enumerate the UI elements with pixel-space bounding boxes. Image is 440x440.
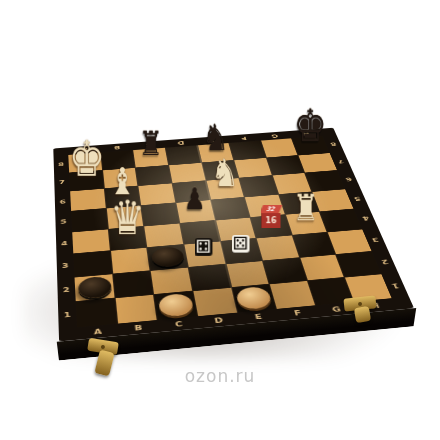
square-f2 xyxy=(263,258,306,284)
square-b2 xyxy=(113,271,153,298)
rank-label-4: 4 xyxy=(56,232,73,255)
rank-label-3: 3 xyxy=(56,254,74,279)
square-a1 xyxy=(76,299,117,328)
square-d1 xyxy=(193,288,236,316)
square-b3 xyxy=(111,248,150,273)
cube-top-face: 32 xyxy=(260,205,283,213)
square-g7 xyxy=(267,155,305,175)
square-d7 xyxy=(169,163,205,183)
square-c2 xyxy=(151,268,192,295)
black-pawn-d5: ♟ xyxy=(171,185,220,215)
latch-pin xyxy=(101,344,106,349)
white-die: ⚄ xyxy=(232,235,250,253)
square-b1 xyxy=(115,295,157,324)
rank-label-2: 2 xyxy=(57,277,76,303)
square-g3 xyxy=(293,233,336,257)
square-d2 xyxy=(189,264,231,291)
square-e2 xyxy=(226,261,269,287)
square-f3 xyxy=(257,236,299,261)
rank-label-5: 5 xyxy=(55,211,72,233)
product-photo-page: { "page":{"background":"#ffffff","waterm… xyxy=(0,0,440,440)
rank-label-1: 1 xyxy=(58,301,77,329)
black-die: ⚃ xyxy=(195,238,213,256)
red-doubling-cube: 3216 xyxy=(262,205,281,228)
watermark-text: ozon.ru xyxy=(0,366,440,386)
square-a3 xyxy=(73,251,111,277)
white-queen-b4: ♛ xyxy=(102,194,152,241)
white-rook-g4: ♜ xyxy=(281,190,330,226)
cube-front-face: 16 xyxy=(262,213,281,228)
latch-pin xyxy=(358,301,362,305)
brass-clasp-right xyxy=(354,306,371,323)
square-f1 xyxy=(270,281,315,309)
rank-label-6: 6 xyxy=(55,191,72,212)
